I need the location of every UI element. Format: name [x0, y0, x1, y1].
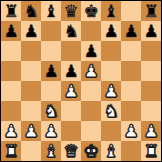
square-f8[interactable]: ♝	[101, 1, 121, 21]
piece-white-pawn: ♟	[83, 61, 98, 81]
piece-white-king: ♚	[83, 141, 98, 161]
piece-black-pawn: ♟	[143, 21, 158, 41]
square-g6[interactable]	[121, 41, 141, 61]
piece-white-knight: ♞	[43, 101, 58, 121]
square-d4[interactable]: ♟	[61, 81, 81, 101]
piece-black-rook: ♜	[3, 1, 18, 21]
square-b5[interactable]	[21, 61, 41, 81]
square-a8[interactable]: ♜	[1, 1, 21, 21]
square-c3[interactable]: ♞	[41, 101, 61, 121]
square-b3[interactable]	[21, 101, 41, 121]
square-f4[interactable]: ♟	[101, 81, 121, 101]
square-d2[interactable]	[61, 121, 81, 141]
square-a1[interactable]: ♜	[1, 141, 21, 161]
square-g3[interactable]	[121, 101, 141, 121]
piece-black-knight: ♞	[23, 1, 38, 21]
piece-white-pawn: ♟	[43, 121, 58, 141]
square-h3[interactable]	[141, 101, 161, 121]
square-h8[interactable]: ♜	[141, 1, 161, 21]
piece-black-knight: ♞	[63, 21, 78, 41]
square-d3[interactable]	[61, 101, 81, 121]
piece-black-pawn: ♟	[83, 41, 98, 61]
square-f6[interactable]	[101, 41, 121, 61]
square-c5[interactable]: ♟	[41, 61, 61, 81]
piece-white-rook: ♜	[3, 141, 18, 161]
piece-black-bishop: ♝	[103, 1, 118, 21]
square-e2[interactable]	[81, 121, 101, 141]
square-g4[interactable]	[121, 81, 141, 101]
square-b4[interactable]	[21, 81, 41, 101]
square-e7[interactable]	[81, 21, 101, 41]
square-e5[interactable]: ♟	[81, 61, 101, 81]
square-g1[interactable]	[121, 141, 141, 161]
square-b2[interactable]: ♟	[21, 121, 41, 141]
square-f5[interactable]	[101, 61, 121, 81]
square-f2[interactable]	[101, 121, 121, 141]
piece-black-pawn: ♟	[43, 61, 58, 81]
square-d8[interactable]: ♛	[61, 1, 81, 21]
square-a2[interactable]: ♟	[1, 121, 21, 141]
square-h2[interactable]: ♟	[141, 121, 161, 141]
square-g5[interactable]	[121, 61, 141, 81]
square-e8[interactable]: ♚	[81, 1, 101, 21]
piece-white-pawn: ♟	[23, 121, 38, 141]
square-b7[interactable]: ♟	[21, 21, 41, 41]
piece-white-bishop: ♝	[103, 141, 118, 161]
square-c7[interactable]	[41, 21, 61, 41]
square-h6[interactable]	[141, 41, 161, 61]
piece-black-king: ♚	[83, 1, 98, 21]
piece-white-queen: ♛	[63, 141, 78, 161]
square-a6[interactable]	[1, 41, 21, 61]
square-d5[interactable]: ♟	[61, 61, 81, 81]
piece-black-pawn: ♟	[103, 21, 118, 41]
square-f7[interactable]: ♟	[101, 21, 121, 41]
piece-white-bishop: ♝	[43, 141, 58, 161]
square-f1[interactable]: ♝	[101, 141, 121, 161]
square-b6[interactable]	[21, 41, 41, 61]
piece-black-pawn: ♟	[23, 21, 38, 41]
square-a4[interactable]	[1, 81, 21, 101]
chess-board-frame: ♜♞♝♛♚♝♜♟♟♞♟♟♟♟♟♟♟♟♟♞♞♟♟♟♟♟♜♝♛♚♝♜	[0, 0, 162, 162]
square-f3[interactable]: ♞	[101, 101, 121, 121]
square-b8[interactable]: ♞	[21, 1, 41, 21]
piece-white-pawn: ♟	[63, 81, 78, 101]
square-b1[interactable]	[21, 141, 41, 161]
piece-white-pawn: ♟	[3, 121, 18, 141]
square-g7[interactable]: ♟	[121, 21, 141, 41]
square-a7[interactable]: ♟	[1, 21, 21, 41]
square-h1[interactable]: ♜	[141, 141, 161, 161]
square-h4[interactable]	[141, 81, 161, 101]
chess-board: ♜♞♝♛♚♝♜♟♟♞♟♟♟♟♟♟♟♟♟♞♞♟♟♟♟♟♜♝♛♚♝♜	[1, 1, 161, 161]
piece-black-rook: ♜	[143, 1, 158, 21]
piece-black-pawn: ♟	[123, 21, 138, 41]
square-c6[interactable]	[41, 41, 61, 61]
square-e4[interactable]	[81, 81, 101, 101]
piece-black-queen: ♛	[63, 1, 78, 21]
square-g2[interactable]: ♟	[121, 121, 141, 141]
square-c4[interactable]	[41, 81, 61, 101]
piece-white-pawn: ♟	[123, 121, 138, 141]
square-a3[interactable]	[1, 101, 21, 121]
piece-white-knight: ♞	[103, 101, 118, 121]
square-e1[interactable]: ♚	[81, 141, 101, 161]
piece-white-rook: ♜	[143, 141, 158, 161]
square-e6[interactable]: ♟	[81, 41, 101, 61]
square-c2[interactable]: ♟	[41, 121, 61, 141]
piece-black-pawn: ♟	[63, 61, 78, 81]
square-d1[interactable]: ♛	[61, 141, 81, 161]
square-d7[interactable]: ♞	[61, 21, 81, 41]
piece-black-pawn: ♟	[3, 21, 18, 41]
square-c8[interactable]: ♝	[41, 1, 61, 21]
square-h5[interactable]	[141, 61, 161, 81]
square-c1[interactable]: ♝	[41, 141, 61, 161]
piece-white-pawn: ♟	[143, 121, 158, 141]
square-d6[interactable]	[61, 41, 81, 61]
square-h7[interactable]: ♟	[141, 21, 161, 41]
piece-white-pawn: ♟	[103, 81, 118, 101]
square-a5[interactable]	[1, 61, 21, 81]
square-g8[interactable]	[121, 1, 141, 21]
square-e3[interactable]	[81, 101, 101, 121]
piece-black-bishop: ♝	[43, 1, 58, 21]
